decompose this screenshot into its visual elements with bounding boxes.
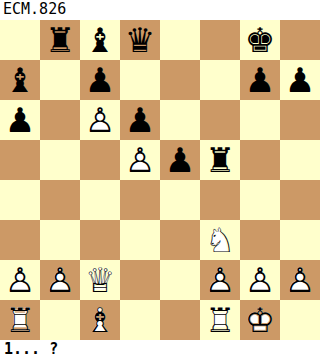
white-bishop-piece: ♗ (80, 300, 120, 340)
white-pawn-piece: ♙ (0, 260, 40, 300)
square-f4[interactable] (200, 180, 240, 220)
square-c4[interactable] (80, 180, 120, 220)
square-h6[interactable] (280, 100, 320, 140)
square-b2[interactable]: ♟♙ (40, 260, 80, 300)
square-g5[interactable] (240, 140, 280, 180)
black-pawn-piece: ♟ (0, 100, 40, 140)
square-d6[interactable]: ♟ (120, 100, 160, 140)
square-a1[interactable]: ♜♖ (0, 300, 40, 340)
black-pawn-piece: ♟ (280, 60, 320, 100)
square-h3[interactable] (280, 220, 320, 260)
square-f3[interactable]: ♞♘ (200, 220, 240, 260)
square-a3[interactable] (0, 220, 40, 260)
square-f1[interactable]: ♜♖ (200, 300, 240, 340)
square-b8[interactable]: ♜ (40, 20, 80, 60)
move-prompt: 1... ? (0, 340, 320, 360)
square-h4[interactable] (280, 180, 320, 220)
chess-board: ♜♝♛♚♝♟♟♟♟♟♙♟♟♙♟♜♞♘♟♙♟♙♛♕♟♙♟♙♟♙♜♖♝♗♜♖♚♔ (0, 20, 320, 340)
square-f2[interactable]: ♟♙ (200, 260, 240, 300)
square-d5[interactable]: ♟♙ (120, 140, 160, 180)
square-e5[interactable]: ♟ (160, 140, 200, 180)
square-d4[interactable] (120, 180, 160, 220)
square-c7[interactable]: ♟ (80, 60, 120, 100)
square-d2[interactable] (120, 260, 160, 300)
square-c2[interactable]: ♛♕ (80, 260, 120, 300)
square-b4[interactable] (40, 180, 80, 220)
black-queen-piece: ♛ (120, 20, 160, 60)
square-c8[interactable]: ♝ (80, 20, 120, 60)
square-g1[interactable]: ♚♔ (240, 300, 280, 340)
square-h2[interactable]: ♟♙ (280, 260, 320, 300)
square-c6[interactable]: ♟♙ (80, 100, 120, 140)
square-g2[interactable]: ♟♙ (240, 260, 280, 300)
black-rook-piece: ♜ (40, 20, 80, 60)
square-e6[interactable] (160, 100, 200, 140)
square-h7[interactable]: ♟ (280, 60, 320, 100)
square-h5[interactable] (280, 140, 320, 180)
white-rook-piece: ♖ (200, 300, 240, 340)
square-g6[interactable] (240, 100, 280, 140)
square-f8[interactable] (200, 20, 240, 60)
square-b6[interactable] (40, 100, 80, 140)
white-king-piece: ♔ (240, 300, 280, 340)
black-bishop-piece: ♝ (0, 60, 40, 100)
square-h8[interactable] (280, 20, 320, 60)
square-a8[interactable] (0, 20, 40, 60)
white-pawn-piece: ♙ (120, 140, 160, 180)
square-b1[interactable] (40, 300, 80, 340)
square-f6[interactable] (200, 100, 240, 140)
square-c1[interactable]: ♝♗ (80, 300, 120, 340)
white-pawn-piece: ♙ (240, 260, 280, 300)
white-pawn-piece: ♙ (200, 260, 240, 300)
square-d8[interactable]: ♛ (120, 20, 160, 60)
square-e8[interactable] (160, 20, 200, 60)
square-d3[interactable] (120, 220, 160, 260)
square-e2[interactable] (160, 260, 200, 300)
chess-diagram-page: ECM.826 ♜♝♛♚♝♟♟♟♟♟♙♟♟♙♟♜♞♘♟♙♟♙♛♕♟♙♟♙♟♙♜♖… (0, 0, 320, 360)
square-a7[interactable]: ♝ (0, 60, 40, 100)
white-pawn-piece: ♙ (80, 100, 120, 140)
square-g8[interactable]: ♚ (240, 20, 280, 60)
square-f7[interactable] (200, 60, 240, 100)
square-g7[interactable]: ♟ (240, 60, 280, 100)
square-b3[interactable] (40, 220, 80, 260)
square-b7[interactable] (40, 60, 80, 100)
square-g3[interactable] (240, 220, 280, 260)
square-e1[interactable] (160, 300, 200, 340)
black-pawn-piece: ♟ (120, 100, 160, 140)
square-e4[interactable] (160, 180, 200, 220)
white-pawn-piece: ♙ (280, 260, 320, 300)
square-a4[interactable] (0, 180, 40, 220)
white-rook-piece: ♖ (0, 300, 40, 340)
white-knight-piece: ♘ (200, 220, 240, 260)
black-pawn-piece: ♟ (240, 60, 280, 100)
square-c3[interactable] (80, 220, 120, 260)
black-pawn-piece: ♟ (80, 60, 120, 100)
square-a5[interactable] (0, 140, 40, 180)
square-a2[interactable]: ♟♙ (0, 260, 40, 300)
black-bishop-piece: ♝ (80, 20, 120, 60)
square-e7[interactable] (160, 60, 200, 100)
black-pawn-piece: ♟ (160, 140, 200, 180)
diagram-title: ECM.826 (0, 0, 320, 20)
square-h1[interactable] (280, 300, 320, 340)
square-a6[interactable]: ♟ (0, 100, 40, 140)
black-rook-piece: ♜ (200, 140, 240, 180)
white-pawn-piece: ♙ (40, 260, 80, 300)
square-g4[interactable] (240, 180, 280, 220)
square-c5[interactable] (80, 140, 120, 180)
square-f5[interactable]: ♜ (200, 140, 240, 180)
black-king-piece: ♚ (240, 20, 280, 60)
square-d1[interactable] (120, 300, 160, 340)
square-b5[interactable] (40, 140, 80, 180)
square-d7[interactable] (120, 60, 160, 100)
white-queen-piece: ♕ (80, 260, 120, 300)
square-e3[interactable] (160, 220, 200, 260)
